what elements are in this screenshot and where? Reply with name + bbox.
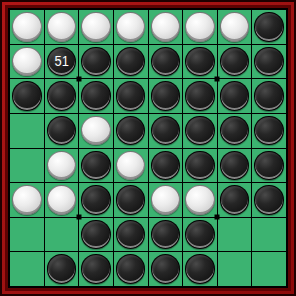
board-square-b2[interactable]: 51	[45, 45, 79, 79]
board-square-h3[interactable]	[252, 79, 286, 113]
board-square-b4[interactable]	[45, 114, 79, 148]
disc-black-c3	[81, 81, 111, 111]
disc-black-h5	[254, 151, 284, 181]
star-point-3	[77, 215, 82, 220]
star-point-4	[215, 215, 220, 220]
disc-black-f7	[185, 220, 215, 250]
board-square-f1[interactable]	[183, 10, 217, 44]
disc-black-b8	[47, 254, 77, 284]
disc-white-a6	[12, 185, 42, 215]
disc-black-b4	[47, 116, 77, 146]
board-square-g1[interactable]	[218, 10, 252, 44]
disc-black-h3	[254, 81, 284, 111]
disc-black-c6	[81, 185, 111, 215]
board-square-d2[interactable]	[114, 45, 148, 79]
board-square-f2[interactable]	[183, 45, 217, 79]
disc-white-b6	[47, 185, 77, 215]
last-move-number: 51	[54, 54, 68, 68]
disc-black-f8	[185, 254, 215, 284]
disc-black-f4	[185, 116, 215, 146]
board-square-h4[interactable]	[252, 114, 286, 148]
board-square-c6[interactable]	[79, 183, 113, 217]
board-square-f7[interactable]	[183, 218, 217, 252]
board-square-g4[interactable]	[218, 114, 252, 148]
board-square-a1[interactable]	[10, 10, 44, 44]
board-square-c7[interactable]	[79, 218, 113, 252]
disc-black-f2	[185, 47, 215, 77]
disc-black-b3	[47, 81, 77, 111]
disc-black-a3	[12, 81, 42, 111]
disc-white-f1	[185, 12, 215, 42]
disc-black-e3	[151, 81, 181, 111]
disc-black-d7	[116, 220, 146, 250]
board-square-b7[interactable]	[45, 218, 79, 252]
disc-black-g4	[220, 116, 250, 146]
disc-black-c5	[81, 151, 111, 181]
disc-white-a2	[12, 47, 42, 77]
board-square-a6[interactable]	[10, 183, 44, 217]
board-square-g3[interactable]	[218, 79, 252, 113]
board-frame-outer-edge: 51	[0, 0, 296, 296]
board-square-c1[interactable]	[79, 10, 113, 44]
disc-black-f5	[185, 151, 215, 181]
disc-black-e8	[151, 254, 181, 284]
board-square-d1[interactable]	[114, 10, 148, 44]
disc-white-g1	[220, 12, 250, 42]
board-square-d7[interactable]	[114, 218, 148, 252]
board-square-c8[interactable]	[79, 252, 113, 286]
board-square-b6[interactable]	[45, 183, 79, 217]
disc-white-d5	[116, 151, 146, 181]
disc-black-h6	[254, 185, 284, 215]
board-square-a5[interactable]	[10, 149, 44, 183]
board-square-d4[interactable]	[114, 114, 148, 148]
board-square-d8[interactable]	[114, 252, 148, 286]
board-square-a2[interactable]	[10, 45, 44, 79]
board-square-f3[interactable]	[183, 79, 217, 113]
disc-white-b1	[47, 12, 77, 42]
disc-white-f6	[185, 185, 215, 215]
board-square-c3[interactable]	[79, 79, 113, 113]
disc-white-c1	[81, 12, 111, 42]
disc-white-a1	[12, 12, 42, 42]
board-square-e2[interactable]	[149, 45, 183, 79]
board-square-d5[interactable]	[114, 149, 148, 183]
disc-black-d3	[116, 81, 146, 111]
disc-black-g5	[220, 151, 250, 181]
board-square-a8[interactable]	[10, 252, 44, 286]
disc-white-e6	[151, 185, 181, 215]
star-point-1	[77, 77, 82, 82]
board-square-g6[interactable]	[218, 183, 252, 217]
disc-black-b2: 51	[47, 47, 77, 77]
disc-black-g6	[220, 185, 250, 215]
board-square-d3[interactable]	[114, 79, 148, 113]
board-square-e1[interactable]	[149, 10, 183, 44]
board-square-e6[interactable]	[149, 183, 183, 217]
disc-black-g2	[220, 47, 250, 77]
board-frame-shadow: 51	[5, 5, 291, 291]
board-square-f5[interactable]	[183, 149, 217, 183]
board-square-f4[interactable]	[183, 114, 217, 148]
disc-black-e4	[151, 116, 181, 146]
othello-board: 51	[8, 8, 288, 288]
board-square-e5[interactable]	[149, 149, 183, 183]
board-square-g7[interactable]	[218, 218, 252, 252]
board-square-b8[interactable]	[45, 252, 79, 286]
disc-black-c8	[81, 254, 111, 284]
disc-black-h4	[254, 116, 284, 146]
disc-black-e7	[151, 220, 181, 250]
board-square-f8[interactable]	[183, 252, 217, 286]
board-frame-highlight: 51	[2, 2, 294, 294]
board-square-g8[interactable]	[218, 252, 252, 286]
board-square-g2[interactable]	[218, 45, 252, 79]
board-square-c4[interactable]	[79, 114, 113, 148]
disc-white-d1	[116, 12, 146, 42]
board-square-b1[interactable]	[45, 10, 79, 44]
board-square-f6[interactable]	[183, 183, 217, 217]
disc-black-d8	[116, 254, 146, 284]
board-square-a7[interactable]	[10, 218, 44, 252]
disc-black-h1	[254, 12, 284, 42]
disc-white-e1	[151, 12, 181, 42]
board-square-b3[interactable]	[45, 79, 79, 113]
disc-black-d4	[116, 116, 146, 146]
disc-black-g3	[220, 81, 250, 111]
disc-black-c7	[81, 220, 111, 250]
disc-white-c4	[81, 116, 111, 146]
board-square-c2[interactable]	[79, 45, 113, 79]
board-square-e3[interactable]	[149, 79, 183, 113]
disc-black-e2	[151, 47, 181, 77]
board-square-h5[interactable]	[252, 149, 286, 183]
board-square-b5[interactable]	[45, 149, 79, 183]
board-square-h6[interactable]	[252, 183, 286, 217]
disc-white-b5	[47, 151, 77, 181]
board-square-c5[interactable]	[79, 149, 113, 183]
disc-black-c2	[81, 47, 111, 77]
board-square-e4[interactable]	[149, 114, 183, 148]
board-square-d6[interactable]	[114, 183, 148, 217]
disc-black-h2	[254, 47, 284, 77]
disc-black-f3	[185, 81, 215, 111]
board-square-h2[interactable]	[252, 45, 286, 79]
board-square-g5[interactable]	[218, 149, 252, 183]
disc-black-d2	[116, 47, 146, 77]
board-square-a3[interactable]	[10, 79, 44, 113]
board-square-h8[interactable]	[252, 252, 286, 286]
board-square-h7[interactable]	[252, 218, 286, 252]
disc-black-d6	[116, 185, 146, 215]
board-square-h1[interactable]	[252, 10, 286, 44]
disc-black-e5	[151, 151, 181, 181]
board-square-e7[interactable]	[149, 218, 183, 252]
board-square-a4[interactable]	[10, 114, 44, 148]
star-point-2	[215, 77, 220, 82]
board-square-e8[interactable]	[149, 252, 183, 286]
